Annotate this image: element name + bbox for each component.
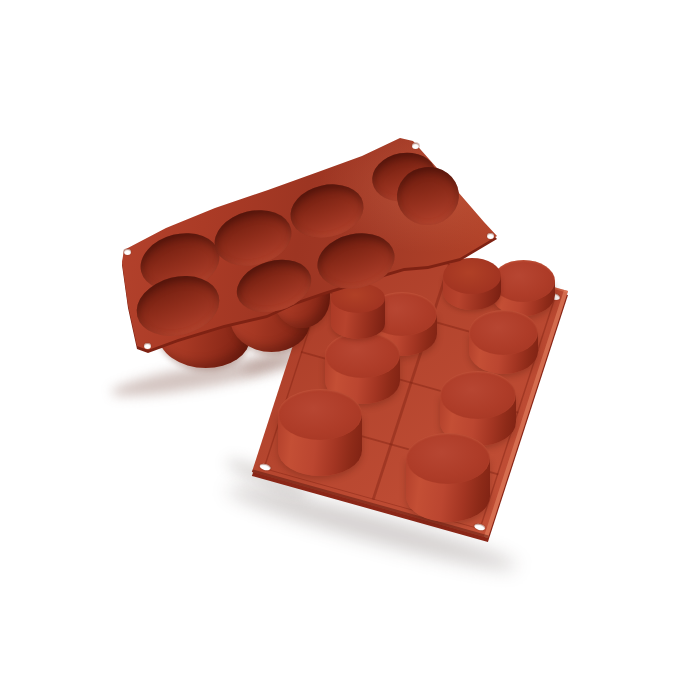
sheet-cup-top-face	[443, 258, 501, 294]
sheet-corner-hole	[487, 233, 494, 239]
sheet-corner-hole	[144, 343, 151, 349]
tray-cylinder-top-face	[406, 433, 490, 484]
sheet-corner-hole	[124, 249, 131, 255]
tray-cylinder-top-face	[325, 332, 400, 378]
sheet-corner-hole	[412, 143, 419, 149]
product-photo	[0, 0, 690, 690]
tray-corner-hole	[473, 523, 486, 532]
tray-cylinder-top-face	[440, 371, 516, 419]
tray-cylinder-top-face	[469, 310, 538, 355]
tray-cylinder-top-face	[278, 389, 362, 440]
